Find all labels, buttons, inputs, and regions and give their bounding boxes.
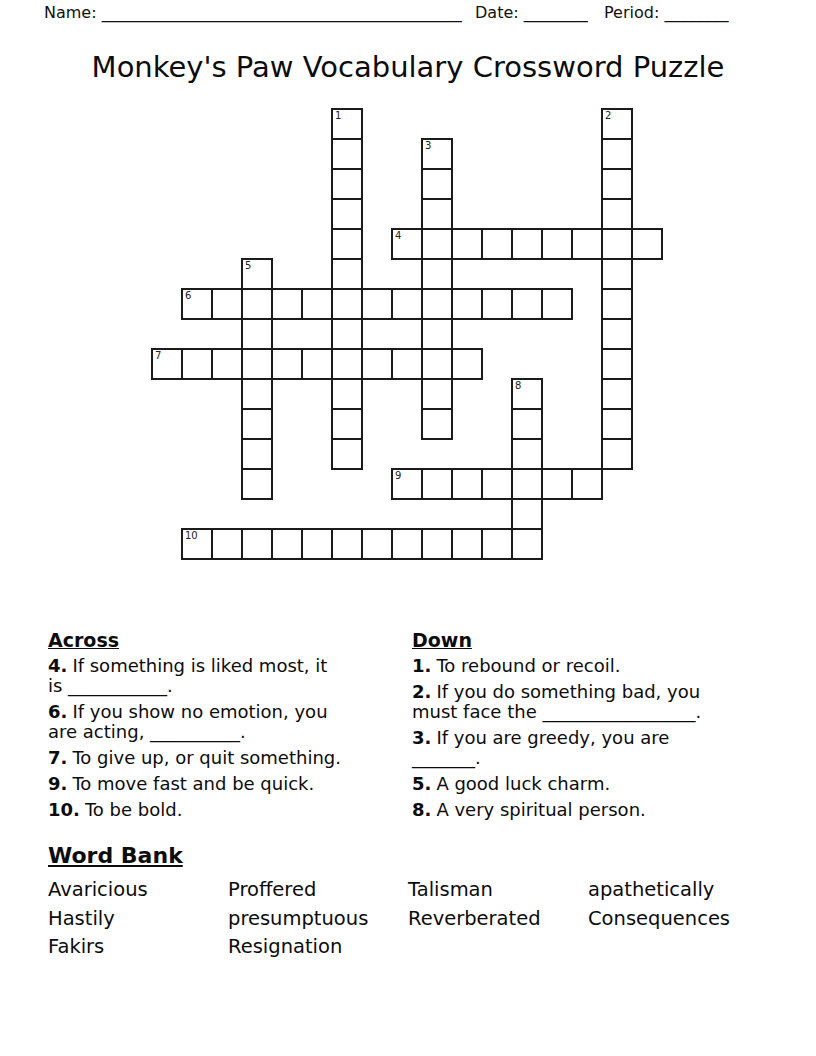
clue-text-line: 1.To rebound or recoil.	[412, 656, 772, 676]
grid-cell[interactable]: 3	[421, 138, 453, 170]
worksheet-header: Name: __________________________________…	[0, 3, 816, 27]
clue-number: 7.	[48, 747, 67, 768]
period-blank-line[interactable]: ________	[664, 3, 728, 22]
across-clue-10: 10.To be bold.	[48, 800, 412, 820]
across-clue-6: 6.If you show no emotion, youare acting,…	[48, 702, 412, 742]
grid-cell[interactable]	[241, 288, 273, 320]
clue-text: If something is liked most, it	[72, 655, 327, 676]
grid-cell[interactable]	[601, 288, 633, 320]
grid-cell[interactable]	[571, 468, 603, 500]
grid-cell[interactable]	[391, 288, 423, 320]
across-clue-7: 7.To give up, or quit something.	[48, 748, 412, 768]
clue-text-line: is ___________.	[48, 676, 412, 696]
grid-cell[interactable]	[241, 468, 273, 500]
name-blank-line[interactable]: ________________________________________…	[102, 3, 462, 22]
across-clue-9: 9.To move fast and be quick.	[48, 774, 412, 794]
grid-cell[interactable]	[511, 528, 543, 560]
grid-cell[interactable]	[211, 288, 243, 320]
down-clue-2: 2.If you do something bad, youmust face …	[412, 682, 772, 722]
word-bank-word: Avaricious	[48, 876, 228, 905]
word-bank-header: Word Bank	[48, 843, 768, 869]
grid-cell[interactable]	[271, 528, 303, 560]
clue-text-line: must face the _________________.	[412, 702, 772, 722]
grid-cell[interactable]	[181, 348, 213, 380]
grid-cell[interactable]	[451, 528, 483, 560]
grid-cell[interactable]	[451, 348, 483, 380]
clue-text-line: 5.A good luck charm.	[412, 774, 772, 794]
clue-text-line: 3.If you are greedy, you are	[412, 728, 772, 748]
grid-cell[interactable]	[511, 288, 543, 320]
grid-cell[interactable]	[331, 348, 363, 380]
cell-clue-number: 1	[335, 110, 341, 121]
across-clue-4: 4.If something is liked most, itis _____…	[48, 656, 412, 696]
grid-cell[interactable]	[331, 378, 363, 410]
period-label: Period:	[604, 3, 659, 22]
grid-cell[interactable]	[421, 168, 453, 200]
grid-cell[interactable]	[301, 528, 333, 560]
across-clue-list: 4.If something is liked most, itis _____…	[48, 656, 412, 820]
clue-text: To be bold.	[85, 799, 182, 820]
clue-number: 4.	[48, 655, 67, 676]
date-field-group: Date: ________	[475, 3, 588, 22]
grid-cell[interactable]	[421, 288, 453, 320]
grid-cell[interactable]: 10	[181, 528, 213, 560]
word-bank-word: Reverberated	[408, 905, 588, 934]
clue-text: A very spiritual person.	[436, 799, 645, 820]
cell-clue-number: 7	[155, 350, 161, 361]
grid-cell[interactable]: 8	[511, 378, 543, 410]
date-blank-line[interactable]: ________	[524, 3, 588, 22]
grid-cell[interactable]	[601, 138, 633, 170]
grid-cell[interactable]	[421, 378, 453, 410]
word-bank-word: presumptuous	[228, 905, 408, 934]
cell-clue-number: 4	[395, 230, 401, 241]
cell-clue-number: 6	[185, 290, 191, 301]
grid-cell[interactable]: 4	[391, 228, 423, 260]
word-bank-section: Word Bank AvariciousProfferedTalismanapa…	[48, 843, 768, 962]
clue-text: To rebound or recoil.	[436, 655, 620, 676]
down-clue-3: 3.If you are greedy, you are_______.	[412, 728, 772, 768]
cell-clue-number: 10	[185, 530, 198, 541]
name-label: Name:	[44, 3, 97, 22]
grid-cell[interactable]	[541, 468, 573, 500]
grid-cell[interactable]	[241, 438, 273, 470]
word-bank-word: Talisman	[408, 876, 588, 905]
cell-clue-number: 3	[425, 140, 431, 151]
grid-cell[interactable]	[421, 228, 453, 260]
grid-cell[interactable]	[211, 528, 243, 560]
word-bank-word: Fakirs	[48, 933, 228, 962]
grid-cell[interactable]	[571, 228, 603, 260]
clue-text-line: 8.A very spiritual person.	[412, 800, 772, 820]
word-bank-word: apathetically	[588, 876, 768, 905]
grid-cell[interactable]: 2	[601, 108, 633, 140]
grid-cell[interactable]	[331, 168, 363, 200]
grid-cell[interactable]	[601, 318, 633, 350]
clue-text: If you show no emotion, you	[72, 701, 327, 722]
grid-cell[interactable]	[361, 348, 393, 380]
grid-cell[interactable]	[331, 438, 363, 470]
grid-cell[interactable]	[511, 468, 543, 500]
word-bank-grid: AvariciousProfferedTalismanapathetically…	[48, 876, 768, 962]
grid-cell[interactable]	[271, 288, 303, 320]
date-label: Date:	[475, 3, 519, 22]
word-bank-word: Resignation	[228, 933, 408, 962]
grid-cell[interactable]	[331, 408, 363, 440]
grid-cell[interactable]	[361, 528, 393, 560]
grid-cell[interactable]	[601, 168, 633, 200]
grid-cell[interactable]	[421, 198, 453, 230]
down-clue-1: 1.To rebound or recoil.	[412, 656, 772, 676]
cell-clue-number: 5	[245, 260, 251, 271]
grid-cell[interactable]	[511, 438, 543, 470]
cell-clue-number: 9	[395, 470, 401, 481]
grid-cell[interactable]	[331, 138, 363, 170]
grid-cell[interactable]	[331, 318, 363, 350]
clues-section: Across 4.If something is liked most, iti…	[48, 629, 772, 826]
grid-cell[interactable]	[421, 408, 453, 440]
grid-cell[interactable]	[301, 348, 333, 380]
clue-number: 3.	[412, 727, 431, 748]
grid-cell[interactable]	[331, 288, 363, 320]
grid-cell[interactable]	[421, 528, 453, 560]
clue-number: 9.	[48, 773, 67, 794]
grid-cell[interactable]	[421, 468, 453, 500]
clue-text-line: 2.If you do something bad, you	[412, 682, 772, 702]
down-clue-list: 1.To rebound or recoil.2.If you do somet…	[412, 656, 772, 820]
grid-cell[interactable]	[271, 348, 303, 380]
grid-cell[interactable]: 1	[331, 108, 363, 140]
grid-cell[interactable]	[391, 348, 423, 380]
grid-cell[interactable]	[211, 348, 243, 380]
clue-number: 10.	[48, 799, 80, 820]
clue-text-line: 4.If something is liked most, it	[48, 656, 412, 676]
clue-text: If you do something bad, you	[436, 681, 700, 702]
grid-cell[interactable]	[511, 498, 543, 530]
grid-cell[interactable]	[421, 258, 453, 290]
grid-cell[interactable]: 9	[391, 468, 423, 500]
word-bank-word: Hastily	[48, 905, 228, 934]
clue-text-line: 9.To move fast and be quick.	[48, 774, 412, 794]
across-clues-column: Across 4.If something is liked most, iti…	[48, 629, 412, 826]
period-field-group: Period: ________	[604, 3, 728, 22]
clue-text-line: _______.	[412, 748, 772, 768]
clue-text: If you are greedy, you are	[436, 727, 669, 748]
grid-cell[interactable]	[601, 378, 633, 410]
grid-cell[interactable]	[421, 348, 453, 380]
grid-cell[interactable]	[631, 228, 663, 260]
grid-cell[interactable]	[511, 408, 543, 440]
grid-cell[interactable]	[481, 228, 513, 260]
clue-text-line: 7.To give up, or quit something.	[48, 748, 412, 768]
grid-cell[interactable]	[241, 528, 273, 560]
grid-cell[interactable]	[241, 378, 273, 410]
crossword-grid: 12345678910	[151, 108, 663, 560]
grid-cell[interactable]	[241, 408, 273, 440]
grid-cell[interactable]	[511, 228, 543, 260]
grid-cell[interactable]	[601, 438, 633, 470]
grid-cell[interactable]	[361, 288, 393, 320]
grid-cell[interactable]	[421, 318, 453, 350]
grid-cell[interactable]: 6	[181, 288, 213, 320]
clue-text: To move fast and be quick.	[72, 773, 314, 794]
grid-cell[interactable]	[451, 468, 483, 500]
grid-cell[interactable]	[601, 198, 633, 230]
grid-cell[interactable]	[541, 228, 573, 260]
grid-cell[interactable]	[601, 258, 633, 290]
worksheet-page: Name: __________________________________…	[0, 0, 816, 1056]
cell-clue-number: 2	[605, 110, 611, 121]
clue-text-line: 10.To be bold.	[48, 800, 412, 820]
clue-text-line: are acting, __________.	[48, 722, 412, 742]
name-field-group: Name: __________________________________…	[44, 3, 462, 22]
down-clue-8: 8.A very spiritual person.	[412, 800, 772, 820]
grid-cell[interactable]	[451, 228, 483, 260]
clue-text: A good luck charm.	[436, 773, 610, 794]
grid-cell[interactable]	[481, 288, 513, 320]
page-title: Monkey's Paw Vocabulary Crossword Puzzle	[0, 50, 816, 84]
clue-text: To give up, or quit something.	[72, 747, 341, 768]
grid-cell[interactable]	[541, 288, 573, 320]
grid-cell[interactable]	[391, 528, 423, 560]
down-clues-column: Down 1.To rebound or recoil.2.If you do …	[412, 629, 772, 826]
across-header: Across	[48, 629, 412, 651]
clue-number: 6.	[48, 701, 67, 722]
down-header: Down	[412, 629, 772, 651]
word-bank-word: Consequences	[588, 905, 768, 934]
grid-cell[interactable]	[481, 528, 513, 560]
clue-number: 1.	[412, 655, 431, 676]
grid-cell[interactable]: 7	[151, 348, 183, 380]
cell-clue-number: 8	[515, 380, 521, 391]
grid-cell[interactable]	[601, 228, 633, 260]
grid-cell[interactable]	[301, 288, 333, 320]
grid-cell[interactable]	[241, 348, 273, 380]
clue-text-line: 6.If you show no emotion, you	[48, 702, 412, 722]
grid-cell[interactable]	[331, 528, 363, 560]
down-clue-5: 5.A good luck charm.	[412, 774, 772, 794]
grid-cell[interactable]	[331, 258, 363, 290]
clue-number: 5.	[412, 773, 431, 794]
grid-cell[interactable]	[601, 348, 633, 380]
grid-cell[interactable]	[601, 408, 633, 440]
clue-number: 2.	[412, 681, 431, 702]
word-bank-word: Proffered	[228, 876, 408, 905]
grid-cell[interactable]	[481, 468, 513, 500]
grid-cell[interactable]	[331, 198, 363, 230]
clue-number: 8.	[412, 799, 431, 820]
grid-cell[interactable]	[451, 288, 483, 320]
grid-cell[interactable]	[241, 318, 273, 350]
grid-cell[interactable]	[331, 228, 363, 260]
grid-cell[interactable]: 5	[241, 258, 273, 290]
